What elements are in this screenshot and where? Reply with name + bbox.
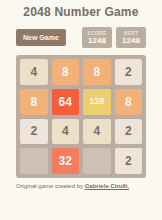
new-game-button[interactable]: New Game (16, 29, 66, 46)
board: 488286412882442322 (16, 55, 146, 178)
footer-note: Original game created by Gabriele Cirull… (16, 183, 146, 189)
tile-128: 128 (83, 89, 111, 115)
tile-8: 8 (83, 59, 111, 85)
score-value: 1248 (86, 36, 108, 45)
score-box: SCORE 1248 (82, 27, 112, 48)
empty-cell (83, 148, 111, 174)
tile-64: 64 (52, 89, 80, 115)
scoreboard: SCORE 1248 BEST 1248 (82, 27, 146, 48)
tile-8: 8 (115, 89, 143, 115)
empty-cell (20, 148, 48, 174)
footer-text: Original game created by (16, 183, 85, 189)
best-box: BEST 1248 (116, 27, 146, 48)
tile-8: 8 (20, 89, 48, 115)
author-link[interactable]: Gabriele Cirulli. (85, 183, 129, 189)
tile-2: 2 (20, 119, 48, 145)
tile-8: 8 (52, 59, 80, 85)
tile-2: 2 (115, 59, 143, 85)
tile-32: 32 (52, 148, 80, 174)
controls-row: New Game SCORE 1248 BEST 1248 (16, 27, 146, 48)
page-title: 2048 Number Game (0, 0, 162, 19)
tile-2: 2 (115, 148, 143, 174)
tile-2: 2 (115, 119, 143, 145)
best-value: 1248 (120, 36, 142, 45)
tile-4: 4 (52, 119, 80, 145)
tile-4: 4 (20, 59, 48, 85)
tile-4: 4 (83, 119, 111, 145)
